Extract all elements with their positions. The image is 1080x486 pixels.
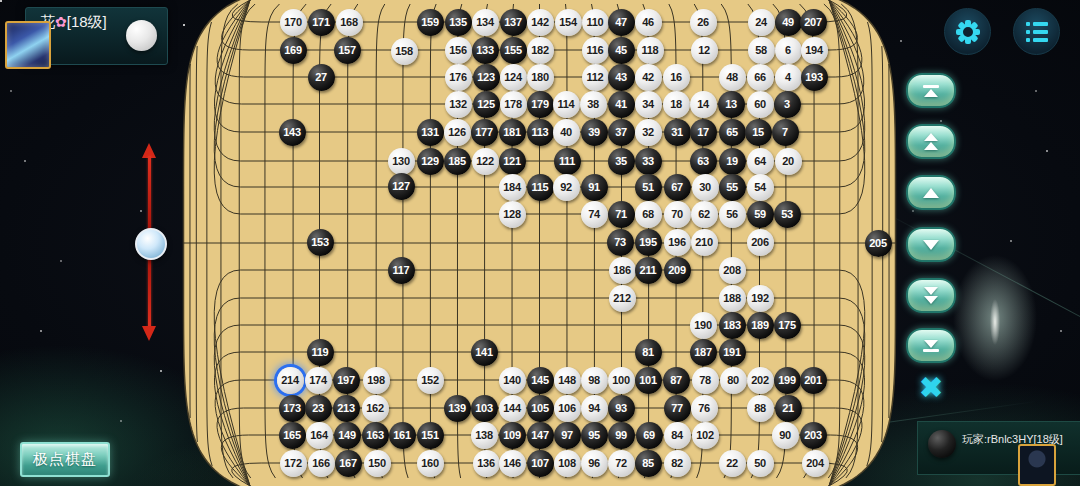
stone-78: 78 — [692, 367, 719, 394]
stone-105: 105 — [527, 395, 554, 422]
fast-backward-button[interactable] — [906, 124, 956, 159]
stone-136: 136 — [473, 450, 500, 477]
stone-45: 45 — [608, 37, 635, 64]
stone-201: 201 — [800, 367, 827, 394]
stone-76: 76 — [691, 395, 718, 422]
stone-42: 42 — [635, 64, 662, 91]
stone-87: 87 — [663, 367, 690, 394]
stone-81: 81 — [635, 339, 662, 366]
stone-206: 206 — [747, 229, 774, 256]
stone-106: 106 — [554, 395, 581, 422]
stone-157: 157 — [334, 37, 361, 64]
stone-108: 108 — [554, 450, 581, 477]
stone-126: 126 — [444, 119, 471, 146]
stone-191: 191 — [719, 339, 746, 366]
stone-98: 98 — [581, 367, 608, 394]
flower-icon: ✿ — [55, 14, 67, 30]
stone-158: 158 — [391, 38, 418, 65]
double-down-icon — [924, 287, 938, 295]
stone-7: 7 — [772, 119, 799, 146]
stone-152: 152 — [417, 367, 444, 394]
stone-168: 168 — [336, 9, 363, 36]
stone-132: 132 — [445, 91, 472, 118]
stone-47: 47 — [608, 9, 635, 36]
stone-117: 117 — [388, 257, 415, 284]
stone-188: 188 — [719, 285, 746, 312]
stone-199: 199 — [774, 367, 801, 394]
close-button[interactable]: ✖ — [912, 368, 950, 406]
stone-67: 67 — [664, 174, 691, 201]
jump-to-last-button[interactable] — [906, 328, 956, 363]
stone-169: 169 — [280, 37, 307, 64]
stone-178: 178 — [500, 91, 527, 118]
stone-139: 139 — [444, 395, 471, 422]
settings-button[interactable] — [944, 8, 991, 55]
bar-down-icon — [924, 340, 938, 348]
stone-170: 170 — [280, 9, 307, 36]
stone-209: 209 — [664, 257, 691, 284]
stone-30: 30 — [692, 174, 719, 201]
stone-114: 114 — [553, 91, 580, 118]
white-stone-indicator — [126, 20, 157, 51]
player-panel-black: 玩家:rBnlc3HY[18级] — [917, 421, 1080, 475]
stone-149: 149 — [334, 422, 361, 449]
stone-193: 193 — [801, 64, 828, 91]
stone-177: 177 — [471, 119, 498, 146]
stone-194: 194 — [801, 37, 828, 64]
stone-68: 68 — [635, 201, 662, 228]
stone-37: 37 — [608, 119, 635, 146]
stone-88: 88 — [747, 395, 774, 422]
stone-133: 133 — [472, 37, 499, 64]
stone-69: 69 — [636, 422, 663, 449]
stone-92: 92 — [553, 174, 580, 201]
stone-64: 64 — [747, 148, 774, 175]
board-mode-button[interactable]: 极点棋盘 — [20, 442, 110, 477]
stone-189: 189 — [747, 312, 774, 339]
stone-59: 59 — [747, 201, 774, 228]
stone-154: 154 — [555, 9, 582, 36]
stone-119: 119 — [307, 339, 334, 366]
stone-110: 110 — [582, 9, 609, 36]
stone-142: 142 — [527, 9, 554, 36]
stone-113: 113 — [527, 119, 554, 146]
stone-138: 138 — [471, 422, 498, 449]
stone-127: 127 — [388, 173, 415, 200]
stone-148: 148 — [554, 367, 581, 394]
stone-100: 100 — [608, 367, 635, 394]
stone-39: 39 — [581, 119, 608, 146]
slider-handle[interactable] — [135, 228, 167, 260]
stone-203: 203 — [800, 422, 827, 449]
stone-66: 66 — [747, 64, 774, 91]
stone-162: 162 — [362, 395, 389, 422]
step-backward-button[interactable] — [906, 175, 956, 210]
stone-195: 195 — [635, 229, 662, 256]
stone-109: 109 — [499, 422, 526, 449]
stone-31: 31 — [664, 119, 691, 146]
stone-62: 62 — [691, 201, 718, 228]
black-stone-indicator — [928, 430, 956, 458]
stone-190: 190 — [690, 312, 717, 339]
stone-27: 27 — [308, 64, 335, 91]
stone-101: 101 — [635, 367, 662, 394]
stone-198: 198 — [363, 367, 390, 394]
stone-146: 146 — [499, 450, 526, 477]
stone-121: 121 — [499, 148, 526, 175]
stone-65: 65 — [719, 119, 746, 146]
stone-156: 156 — [445, 37, 472, 64]
stone-18: 18 — [663, 91, 690, 118]
stone-210: 210 — [691, 229, 718, 256]
stone-173: 173 — [279, 395, 306, 422]
stone-32: 32 — [635, 119, 662, 146]
stone-99: 99 — [608, 422, 635, 449]
avatar-black-player[interactable] — [1018, 444, 1056, 486]
stone-145: 145 — [527, 367, 554, 394]
stone-207: 207 — [800, 9, 827, 36]
stone-107: 107 — [527, 450, 554, 477]
stone-6: 6 — [775, 37, 802, 64]
stone-129: 129 — [417, 148, 444, 175]
gear-icon — [953, 17, 983, 47]
stone-140: 140 — [499, 367, 526, 394]
stone-130: 130 — [388, 148, 415, 175]
stone-21: 21 — [775, 395, 802, 422]
stone-24: 24 — [748, 9, 775, 36]
up-icon — [923, 188, 939, 198]
stone-51: 51 — [635, 174, 662, 201]
stone-23: 23 — [305, 395, 332, 422]
stone-123: 123 — [473, 64, 500, 91]
stone-50: 50 — [747, 450, 774, 477]
stone-112: 112 — [582, 64, 609, 91]
stone-205: 205 — [865, 230, 892, 257]
stone-179: 179 — [527, 91, 554, 118]
stone-172: 172 — [280, 450, 307, 477]
stone-4: 4 — [775, 64, 802, 91]
stone-20: 20 — [775, 148, 802, 175]
stone-159: 159 — [417, 9, 444, 36]
menu-list-icon — [1026, 22, 1048, 42]
stone-70: 70 — [664, 201, 691, 228]
stone-17: 17 — [690, 119, 717, 146]
stone-3: 3 — [774, 91, 801, 118]
stone-160: 160 — [417, 450, 444, 477]
stone-77: 77 — [664, 395, 691, 422]
bar-up-icon — [923, 85, 939, 88]
stone-102: 102 — [692, 422, 719, 449]
stone-164: 164 — [306, 422, 333, 449]
stone-166: 166 — [308, 450, 335, 477]
stone-208: 208 — [719, 257, 746, 284]
stone-141: 141 — [471, 339, 498, 366]
stone-40: 40 — [553, 119, 580, 146]
avatar-white-player[interactable] — [5, 21, 51, 69]
stone-56: 56 — [719, 201, 746, 228]
stone-211: 211 — [635, 257, 662, 284]
stone-124: 124 — [500, 64, 527, 91]
stone-171: 171 — [308, 9, 335, 36]
stone-175: 175 — [774, 312, 801, 339]
bar-up-icon — [924, 89, 938, 97]
stone-174: 174 — [305, 367, 332, 394]
stone-115: 115 — [527, 174, 554, 201]
double-up-icon — [924, 142, 938, 150]
stone-184: 184 — [499, 174, 526, 201]
stone-14: 14 — [690, 91, 717, 118]
stone-58: 58 — [748, 37, 775, 64]
fast-forward-button[interactable] — [906, 278, 956, 313]
stone-90: 90 — [772, 422, 799, 449]
stone-15: 15 — [745, 119, 772, 146]
stone-85: 85 — [635, 450, 662, 477]
double-down-icon — [924, 296, 938, 304]
stone-165: 165 — [279, 422, 306, 449]
stone-55: 55 — [719, 174, 746, 201]
stone-137: 137 — [500, 9, 527, 36]
stone-181: 181 — [499, 119, 526, 146]
stone-84: 84 — [664, 422, 691, 449]
stone-135: 135 — [445, 9, 472, 36]
stone-60: 60 — [747, 91, 774, 118]
stone-213: 213 — [333, 395, 360, 422]
menu-button[interactable] — [1013, 8, 1060, 55]
stone-63: 63 — [690, 148, 717, 175]
stone-34: 34 — [635, 91, 662, 118]
stone-82: 82 — [664, 450, 691, 477]
stone-180: 180 — [527, 64, 554, 91]
stone-182: 182 — [527, 37, 554, 64]
stone-212: 212 — [609, 285, 636, 312]
step-forward-button[interactable] — [906, 227, 956, 262]
stone-183: 183 — [719, 312, 746, 339]
double-up-icon — [924, 133, 938, 141]
stone-186: 186 — [609, 257, 636, 284]
stone-128: 128 — [499, 201, 526, 228]
stone-176: 176 — [445, 64, 472, 91]
stone-38: 38 — [580, 91, 607, 118]
stone-134: 134 — [472, 9, 499, 36]
stone-147: 147 — [527, 422, 554, 449]
stone-48: 48 — [719, 64, 746, 91]
stone-204: 204 — [802, 450, 829, 477]
stone-96: 96 — [581, 450, 608, 477]
stone-131: 131 — [417, 119, 444, 146]
stone-35: 35 — [608, 148, 635, 175]
stone-192: 192 — [747, 285, 774, 312]
stone-143: 143 — [279, 119, 306, 146]
stone-111: 111 — [554, 148, 581, 175]
slider-arrow-down-icon[interactable] — [142, 326, 156, 341]
stone-54: 54 — [747, 174, 774, 201]
stone-185: 185 — [444, 148, 471, 175]
stone-43: 43 — [608, 64, 635, 91]
stone-161: 161 — [389, 422, 416, 449]
stone-151: 151 — [417, 422, 444, 449]
jump-to-first-button[interactable] — [906, 73, 956, 108]
stone-116: 116 — [582, 37, 609, 64]
stone-16: 16 — [663, 64, 690, 91]
stone-12: 12 — [691, 37, 718, 64]
stone-26: 26 — [690, 9, 717, 36]
stone-94: 94 — [581, 395, 608, 422]
stone-46: 46 — [635, 9, 662, 36]
stone-91: 91 — [581, 174, 608, 201]
stone-202: 202 — [747, 367, 774, 394]
bar-down-icon — [923, 349, 939, 352]
stone-125: 125 — [473, 91, 500, 118]
stone-163: 163 — [362, 422, 389, 449]
stone-53: 53 — [774, 201, 801, 228]
stone-13: 13 — [718, 91, 745, 118]
stone-22: 22 — [719, 450, 746, 477]
stone-49: 49 — [775, 9, 802, 36]
stone-103: 103 — [471, 395, 498, 422]
stone-95: 95 — [581, 422, 608, 449]
stone-214: 214 — [277, 367, 304, 394]
stone-187: 187 — [690, 339, 717, 366]
stone-74: 74 — [581, 201, 608, 228]
stone-41: 41 — [608, 91, 635, 118]
stone-144: 144 — [499, 395, 526, 422]
stone-167: 167 — [335, 450, 362, 477]
stone-150: 150 — [364, 450, 391, 477]
stone-155: 155 — [500, 37, 527, 64]
stone-197: 197 — [333, 367, 360, 394]
stone-153: 153 — [307, 229, 334, 256]
stone-118: 118 — [637, 37, 664, 64]
stone-33: 33 — [635, 148, 662, 175]
stone-71: 71 — [608, 201, 635, 228]
stone-97: 97 — [554, 422, 581, 449]
stone-19: 19 — [719, 148, 746, 175]
stone-93: 93 — [608, 395, 635, 422]
stone-80: 80 — [720, 367, 747, 394]
stone-73: 73 — [607, 229, 634, 256]
stone-122: 122 — [472, 148, 499, 175]
stone-196: 196 — [664, 229, 691, 256]
down-icon — [923, 240, 939, 250]
stone-72: 72 — [608, 450, 635, 477]
